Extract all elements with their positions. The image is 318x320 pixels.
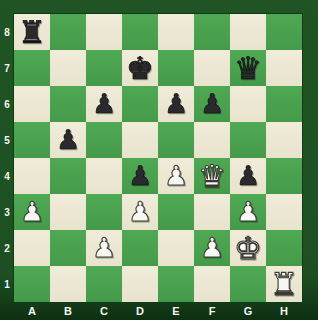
white-pawn-c2: ♟ [92, 230, 116, 266]
square-c5 [86, 122, 122, 158]
square-a4 [14, 158, 50, 194]
square-g1 [230, 266, 266, 302]
black-king-d7: ♚ [126, 50, 154, 86]
square-f6: ♟ [194, 86, 230, 122]
square-a3: ♟ [14, 194, 50, 230]
chess-board-frame: 87654321 ♜♚♛♟♟♟♟♟♟♛♟♟♟♟♟♟♚♜ ABCDEFGH [0, 0, 318, 320]
black-pawn-d4: ♟ [128, 158, 152, 194]
white-pawn-g3: ♟ [236, 194, 260, 230]
square-e3 [158, 194, 194, 230]
square-a6 [14, 86, 50, 122]
square-a1 [14, 266, 50, 302]
square-d6 [122, 86, 158, 122]
square-g8 [230, 14, 266, 50]
black-pawn-g4: ♟ [236, 158, 260, 194]
rank-label-6: 6 [0, 86, 14, 122]
square-c8 [86, 14, 122, 50]
file-label-d: D [122, 303, 158, 318]
square-e5 [158, 122, 194, 158]
rank-label-7: 7 [0, 50, 14, 86]
square-e2 [158, 230, 194, 266]
square-f8 [194, 14, 230, 50]
square-c7 [86, 50, 122, 86]
square-b8 [50, 14, 86, 50]
square-g3: ♟ [230, 194, 266, 230]
white-pawn-d3: ♟ [128, 194, 152, 230]
file-label-e: E [158, 303, 194, 318]
rank-label-5: 5 [0, 122, 14, 158]
square-f7 [194, 50, 230, 86]
square-f3 [194, 194, 230, 230]
square-d5 [122, 122, 158, 158]
file-label-h: H [266, 303, 302, 318]
black-pawn-f6: ♟ [200, 86, 224, 122]
square-f1 [194, 266, 230, 302]
rank-label-2: 2 [0, 230, 14, 266]
square-a2 [14, 230, 50, 266]
square-a5 [14, 122, 50, 158]
white-queen-f4: ♛ [198, 158, 226, 194]
square-c2: ♟ [86, 230, 122, 266]
square-h5 [266, 122, 302, 158]
square-g2: ♚ [230, 230, 266, 266]
rank-label-4: 4 [0, 158, 14, 194]
file-label-f: F [194, 303, 230, 318]
square-g7: ♛ [230, 50, 266, 86]
file-label-b: B [50, 303, 86, 318]
square-d7: ♚ [122, 50, 158, 86]
square-a8: ♜ [14, 14, 50, 50]
square-e1 [158, 266, 194, 302]
square-e7 [158, 50, 194, 86]
black-rook-a8: ♜ [18, 14, 46, 50]
rank-label-8: 8 [0, 14, 14, 50]
square-e4: ♟ [158, 158, 194, 194]
chess-board: ♜♚♛♟♟♟♟♟♟♛♟♟♟♟♟♟♚♜ [14, 14, 302, 302]
square-b2 [50, 230, 86, 266]
square-h8 [266, 14, 302, 50]
square-b6 [50, 86, 86, 122]
square-g6 [230, 86, 266, 122]
file-label-a: A [14, 303, 50, 318]
black-queen-g7: ♛ [234, 50, 262, 86]
square-h3 [266, 194, 302, 230]
square-g5 [230, 122, 266, 158]
rank-labels: 87654321 [0, 14, 14, 302]
white-rook-h1: ♜ [270, 266, 298, 302]
square-b4 [50, 158, 86, 194]
rank-label-1: 1 [0, 266, 14, 302]
square-h7 [266, 50, 302, 86]
square-c6: ♟ [86, 86, 122, 122]
square-b3 [50, 194, 86, 230]
square-b1 [50, 266, 86, 302]
square-g4: ♟ [230, 158, 266, 194]
white-pawn-f2: ♟ [200, 230, 224, 266]
square-d4: ♟ [122, 158, 158, 194]
square-e8 [158, 14, 194, 50]
white-king-g2: ♚ [234, 230, 262, 266]
square-e6: ♟ [158, 86, 194, 122]
square-c4 [86, 158, 122, 194]
black-pawn-c6: ♟ [92, 86, 116, 122]
square-f2: ♟ [194, 230, 230, 266]
white-pawn-a3: ♟ [20, 194, 44, 230]
square-f4: ♛ [194, 158, 230, 194]
square-b7 [50, 50, 86, 86]
square-d1 [122, 266, 158, 302]
square-d8 [122, 14, 158, 50]
square-b5: ♟ [50, 122, 86, 158]
file-labels: ABCDEFGH [14, 303, 302, 318]
file-label-c: C [86, 303, 122, 318]
square-h4 [266, 158, 302, 194]
square-c1 [86, 266, 122, 302]
square-f5 [194, 122, 230, 158]
square-h6 [266, 86, 302, 122]
square-h2 [266, 230, 302, 266]
square-d3: ♟ [122, 194, 158, 230]
square-a7 [14, 50, 50, 86]
square-h1: ♜ [266, 266, 302, 302]
black-pawn-b5: ♟ [56, 122, 80, 158]
black-pawn-e6: ♟ [164, 86, 188, 122]
file-label-g: G [230, 303, 266, 318]
rank-label-3: 3 [0, 194, 14, 230]
square-c3 [86, 194, 122, 230]
square-d2 [122, 230, 158, 266]
white-pawn-e4: ♟ [164, 158, 188, 194]
